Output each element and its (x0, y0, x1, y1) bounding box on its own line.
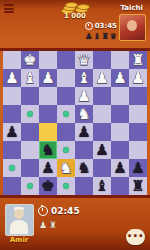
player-captured-tray: ♟♜ (39, 219, 57, 231)
white-knight: ♞ (57, 159, 75, 177)
square-g7[interactable] (21, 159, 39, 177)
captured-queen-icon: ♛ (110, 32, 117, 42)
square-d3[interactable]: ♟ (75, 87, 93, 105)
square-c4[interactable] (93, 105, 111, 123)
square-a1[interactable]: ♜ (129, 51, 147, 69)
captured-bishop-icon: ♝ (93, 32, 100, 42)
clock-icon (85, 22, 93, 30)
square-f7[interactable]: ♟ (39, 159, 57, 177)
black-knight: ♞ (39, 141, 57, 159)
white-pawn: ♟ (39, 69, 57, 87)
square-b2[interactable]: ♟ (111, 69, 129, 87)
coin-balance: 1 000 (53, 12, 97, 20)
white-pawn: ♟ (111, 69, 129, 87)
black-pawn: ♟ (39, 159, 57, 177)
chat-ellipsis-icon: ••• (127, 234, 144, 240)
black-pawn: ♟ (93, 141, 111, 159)
legal-move-dot[interactable] (27, 183, 33, 189)
black-pawn: ♟ (3, 123, 21, 141)
player-avatar-face (14, 209, 24, 219)
hamburger-menu-icon[interactable] (4, 4, 14, 13)
square-b7[interactable]: ♟ (111, 159, 129, 177)
square-d2[interactable]: ♝ (75, 69, 93, 87)
square-h7[interactable] (3, 159, 21, 177)
square-g8[interactable] (21, 177, 39, 195)
legal-move-dot[interactable] (9, 165, 15, 171)
square-a6[interactable] (129, 141, 147, 159)
square-h5[interactable]: ♟ (3, 123, 21, 141)
square-g6[interactable] (21, 141, 39, 159)
square-h3[interactable] (3, 87, 21, 105)
square-c3[interactable] (93, 87, 111, 105)
player-clock: 02:45 (38, 206, 80, 216)
square-e4[interactable] (57, 105, 75, 123)
legal-move-dot[interactable] (63, 183, 69, 189)
white-pawn: ♟ (93, 69, 111, 87)
black-pawn: ♟ (111, 159, 129, 177)
square-a8[interactable]: ♜ (129, 177, 147, 195)
player-avatar-body (10, 220, 28, 234)
opponent-name: Taichi (120, 4, 143, 12)
white-pawn: ♟ (129, 69, 147, 87)
opponent-clock: 03:45 (85, 22, 117, 30)
square-c5[interactable] (93, 123, 111, 141)
white-pawn: ♟ (3, 69, 21, 87)
square-f1[interactable] (39, 51, 57, 69)
square-a5[interactable] (129, 123, 147, 141)
square-a3[interactable] (129, 87, 147, 105)
square-g4[interactable] (21, 105, 39, 123)
black-rook: ♜ (129, 177, 147, 195)
white-pawn: ♟ (75, 87, 93, 105)
black-knight: ♞ (75, 159, 93, 177)
square-g5[interactable] (21, 123, 39, 141)
board-frame-bottom (0, 195, 150, 198)
square-c6[interactable]: ♟ (93, 141, 111, 159)
square-c7[interactable] (93, 159, 111, 177)
legal-move-dot[interactable] (63, 147, 69, 153)
square-b6[interactable] (111, 141, 129, 159)
chat-button[interactable]: ••• (126, 229, 145, 245)
white-knight: ♞ (75, 105, 93, 123)
square-d1[interactable]: ♛ (75, 51, 93, 69)
square-e3[interactable] (57, 87, 75, 105)
square-g1[interactable]: ♚ (21, 51, 39, 69)
square-d5[interactable]: ♟ (75, 123, 93, 141)
square-f8[interactable]: ♚ (39, 177, 57, 195)
square-d6[interactable] (75, 141, 93, 159)
square-e1[interactable] (57, 51, 75, 69)
captured-pawn-icon: ♟ (85, 32, 92, 42)
white-bishop: ♝ (21, 69, 39, 87)
square-h8[interactable] (3, 177, 21, 195)
square-b8[interactable] (111, 177, 129, 195)
legal-move-dot[interactable] (27, 111, 33, 117)
square-a2[interactable]: ♟ (129, 69, 147, 87)
player-avatar[interactable] (5, 204, 34, 236)
chess-board: ♚♛♜♟♝♟♝♟♟♟♟♞♟♟♞♟♟♞♞♟♟♚♝♜ (3, 51, 147, 195)
square-b4[interactable] (111, 105, 129, 123)
white-bishop: ♝ (75, 69, 93, 87)
player-clock-time: 02:45 (51, 206, 80, 216)
white-queen: ♛ (75, 51, 93, 69)
square-b5[interactable] (111, 123, 129, 141)
captured-rook-icon: ♜ (102, 32, 109, 42)
square-c8[interactable]: ♝ (93, 177, 111, 195)
black-pawn: ♟ (75, 123, 93, 141)
square-h1[interactable] (3, 51, 21, 69)
square-f2[interactable]: ♟ (39, 69, 57, 87)
captured-pawn-icon: ♟ (39, 219, 47, 231)
square-e5[interactable] (57, 123, 75, 141)
square-f4[interactable] (39, 105, 57, 123)
square-d4[interactable]: ♞ (75, 105, 93, 123)
square-d7[interactable]: ♞ (75, 159, 93, 177)
opponent-captured-tray: ♟♝♜♛ (85, 32, 117, 42)
square-h4[interactable] (3, 105, 21, 123)
legal-move-dot[interactable] (63, 111, 69, 117)
captured-rook-icon: ♜ (49, 219, 57, 231)
square-e7[interactable]: ♞ (57, 159, 75, 177)
black-pawn: ♟ (129, 159, 147, 177)
square-f3[interactable] (39, 87, 57, 105)
square-f5[interactable] (39, 123, 57, 141)
square-c2[interactable]: ♟ (93, 69, 111, 87)
square-f6[interactable]: ♞ (39, 141, 57, 159)
square-g3[interactable] (21, 87, 39, 105)
white-king: ♚ (21, 51, 39, 69)
opponent-avatar-face (127, 20, 137, 31)
square-e6[interactable] (57, 141, 75, 159)
white-rook: ♜ (129, 51, 147, 69)
square-h6[interactable] (3, 141, 21, 159)
square-d8[interactable] (75, 177, 93, 195)
square-c1[interactable] (93, 51, 111, 69)
square-b3[interactable] (111, 87, 129, 105)
square-a4[interactable] (129, 105, 147, 123)
square-e8[interactable] (57, 177, 75, 195)
opponent-avatar[interactable] (119, 14, 146, 41)
stopwatch-icon (38, 206, 48, 216)
square-a7[interactable]: ♟ (129, 159, 147, 177)
black-bishop: ♝ (93, 177, 111, 195)
square-h2[interactable]: ♟ (3, 69, 21, 87)
black-king: ♚ (39, 177, 57, 195)
opponent-clock-time: 03:45 (95, 22, 117, 30)
chess-app-screen: 1 000 Taichi 03:45 ♟♝♜♛ ♚♛♜♟♝♟♝♟♟♟♟♞♟♟♞♟… (0, 0, 150, 250)
player-name: Amir (5, 236, 33, 244)
square-e2[interactable] (57, 69, 75, 87)
square-b1[interactable] (111, 51, 129, 69)
square-g2[interactable]: ♝ (21, 69, 39, 87)
